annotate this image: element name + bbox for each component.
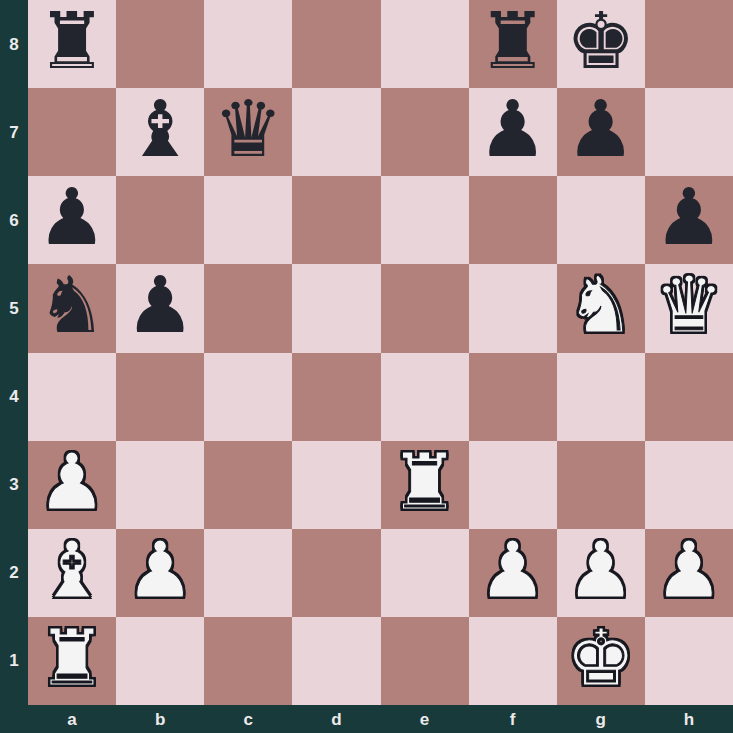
square-a7[interactable]	[28, 88, 116, 176]
square-e2[interactable]	[381, 529, 469, 617]
square-g1[interactable]: ♚	[557, 617, 645, 705]
square-a6[interactable]: ♟	[28, 176, 116, 264]
square-c4[interactable]	[204, 353, 292, 441]
square-c1[interactable]	[204, 617, 292, 705]
piece-black-bishop[interactable]: ♝	[116, 85, 204, 173]
piece-white-knight[interactable]: ♞	[557, 261, 645, 349]
piece-white-pawn[interactable]: ♟	[469, 526, 557, 614]
square-c7[interactable]: ♛	[204, 88, 292, 176]
rank-label-2: 2	[0, 529, 28, 617]
square-c3[interactable]	[204, 441, 292, 529]
rank-label-1: 1	[0, 617, 28, 705]
square-f6[interactable]	[469, 176, 557, 264]
square-f2[interactable]: ♟	[469, 529, 557, 617]
file-label-text: c	[244, 711, 253, 728]
square-a3[interactable]: ♟	[28, 441, 116, 529]
square-e7[interactable]	[381, 88, 469, 176]
square-b1[interactable]	[116, 617, 204, 705]
square-f8[interactable]: ♜	[469, 0, 557, 88]
gutter-corner	[0, 705, 28, 733]
piece-black-rook[interactable]: ♜	[28, 0, 116, 85]
piece-black-knight[interactable]: ♞	[28, 261, 116, 349]
square-b3[interactable]	[116, 441, 204, 529]
square-e5[interactable]	[381, 264, 469, 352]
square-b4[interactable]	[116, 353, 204, 441]
square-c6[interactable]	[204, 176, 292, 264]
square-h1[interactable]	[645, 617, 733, 705]
file-label-e: e	[381, 705, 469, 733]
rank-label-7: 7	[0, 88, 28, 176]
square-h7[interactable]	[645, 88, 733, 176]
file-label-text: d	[331, 711, 341, 728]
square-h6[interactable]: ♟	[645, 176, 733, 264]
square-g4[interactable]	[557, 353, 645, 441]
file-label-text: g	[596, 711, 606, 728]
rank-label-text: 4	[9, 388, 18, 405]
square-g2[interactable]: ♟	[557, 529, 645, 617]
piece-white-queen[interactable]: ♛	[645, 261, 733, 349]
square-h5[interactable]: ♛	[645, 264, 733, 352]
square-f5[interactable]	[469, 264, 557, 352]
square-f7[interactable]: ♟	[469, 88, 557, 176]
file-label-d: d	[292, 705, 380, 733]
rank-label-text: 8	[9, 36, 18, 53]
file-label-f: f	[469, 705, 557, 733]
rank-label-text: 6	[9, 212, 18, 229]
square-h4[interactable]	[645, 353, 733, 441]
square-g5[interactable]: ♞	[557, 264, 645, 352]
square-e3[interactable]: ♜	[381, 441, 469, 529]
rank-label-3: 3	[0, 441, 28, 529]
square-c5[interactable]	[204, 264, 292, 352]
square-e6[interactable]	[381, 176, 469, 264]
square-e4[interactable]	[381, 353, 469, 441]
piece-black-pawn[interactable]: ♟	[645, 173, 733, 261]
square-f3[interactable]	[469, 441, 557, 529]
file-label-h: h	[645, 705, 733, 733]
square-d2[interactable]	[292, 529, 380, 617]
square-d7[interactable]	[292, 88, 380, 176]
square-c2[interactable]	[204, 529, 292, 617]
file-label-c: c	[204, 705, 292, 733]
square-d5[interactable]	[292, 264, 380, 352]
piece-white-pawn[interactable]: ♟	[28, 438, 116, 526]
file-label-text: f	[510, 711, 516, 728]
piece-black-queen[interactable]: ♛	[204, 85, 292, 173]
square-b7[interactable]: ♝	[116, 88, 204, 176]
square-d6[interactable]	[292, 176, 380, 264]
piece-white-king[interactable]: ♚	[557, 614, 645, 702]
square-h8[interactable]	[645, 0, 733, 88]
piece-black-pawn[interactable]: ♟	[116, 261, 204, 349]
square-g7[interactable]: ♟	[557, 88, 645, 176]
piece-white-pawn[interactable]: ♟	[557, 526, 645, 614]
rank-label-4: 4	[0, 353, 28, 441]
rank-label-text: 7	[9, 124, 18, 141]
piece-white-pawn[interactable]: ♟	[645, 526, 733, 614]
square-b8[interactable]	[116, 0, 204, 88]
square-h3[interactable]	[645, 441, 733, 529]
file-label-a: a	[28, 705, 116, 733]
rank-label-text: 1	[9, 652, 18, 669]
piece-black-rook[interactable]: ♜	[469, 0, 557, 85]
square-f4[interactable]	[469, 353, 557, 441]
piece-white-rook[interactable]: ♜	[28, 614, 116, 702]
file-label-text: h	[684, 711, 694, 728]
file-label-text: b	[155, 711, 165, 728]
piece-black-pawn[interactable]: ♟	[28, 173, 116, 261]
file-label-b: b	[116, 705, 204, 733]
piece-black-king[interactable]: ♚	[557, 0, 645, 85]
square-d8[interactable]	[292, 0, 380, 88]
piece-black-pawn[interactable]: ♟	[469, 85, 557, 173]
square-e8[interactable]	[381, 0, 469, 88]
file-label-g: g	[557, 705, 645, 733]
square-g6[interactable]	[557, 176, 645, 264]
piece-black-pawn[interactable]: ♟	[557, 85, 645, 173]
square-b6[interactable]	[116, 176, 204, 264]
square-d1[interactable]	[292, 617, 380, 705]
file-label-text: e	[420, 711, 429, 728]
square-b5[interactable]: ♟	[116, 264, 204, 352]
rank-label-text: 2	[9, 564, 18, 581]
square-d4[interactable]	[292, 353, 380, 441]
file-label-text: a	[67, 711, 76, 728]
square-b2[interactable]: ♟	[116, 529, 204, 617]
square-c8[interactable]	[204, 0, 292, 88]
square-d3[interactable]	[292, 441, 380, 529]
piece-white-rook[interactable]: ♜	[381, 438, 469, 526]
rank-label-8: 8	[0, 0, 28, 88]
square-a2[interactable]: ♝	[28, 529, 116, 617]
square-e1[interactable]	[381, 617, 469, 705]
piece-white-pawn[interactable]: ♟	[116, 526, 204, 614]
square-a4[interactable]	[28, 353, 116, 441]
piece-white-bishop[interactable]: ♝	[28, 526, 116, 614]
square-g3[interactable]	[557, 441, 645, 529]
square-a1[interactable]: ♜	[28, 617, 116, 705]
rank-label-text: 3	[9, 476, 18, 493]
rank-label-6: 6	[0, 176, 28, 264]
rank-label-text: 5	[9, 300, 18, 317]
square-f1[interactable]	[469, 617, 557, 705]
square-g8[interactable]: ♚	[557, 0, 645, 88]
square-a8[interactable]: ♜	[28, 0, 116, 88]
chess-board: 8♜♜♚7♝♛♟♟6♟♟5♞♟♞♛43♟♜2♝♟♟♟♟1♜♚abcdefgh	[0, 0, 733, 733]
rank-label-5: 5	[0, 264, 28, 352]
square-h2[interactable]: ♟	[645, 529, 733, 617]
square-a5[interactable]: ♞	[28, 264, 116, 352]
